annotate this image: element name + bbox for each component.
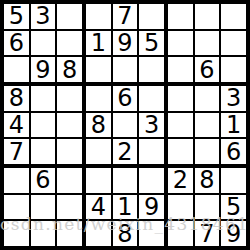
sudoku-puzzle: 537619598686348317266284195879 csdn.net/… xyxy=(0,0,250,250)
cell-r2c9[interactable] xyxy=(221,31,246,56)
cell-r6c3[interactable] xyxy=(57,139,82,164)
cell-r9c7[interactable] xyxy=(168,221,193,246)
cell-r4c8[interactable] xyxy=(195,86,220,111)
cell-r9c4[interactable] xyxy=(86,221,111,246)
cell-r6c1[interactable]: 7 xyxy=(4,139,29,164)
cell-r6c8[interactable] xyxy=(195,139,220,164)
cell-r9c1[interactable] xyxy=(4,221,29,246)
cell-r2c8[interactable] xyxy=(195,31,220,56)
cell-r4c5[interactable]: 6 xyxy=(113,86,138,111)
cell-r1c9[interactable] xyxy=(221,4,246,29)
cell-r1c6[interactable] xyxy=(139,4,164,29)
cell-r9c5[interactable]: 8 xyxy=(113,221,138,246)
cell-r2c4[interactable]: 1 xyxy=(86,31,111,56)
cell-r1c8[interactable] xyxy=(195,4,220,29)
cell-r1c2[interactable]: 3 xyxy=(31,4,56,29)
cell-r7c4[interactable] xyxy=(86,168,111,193)
cell-r9c3[interactable] xyxy=(57,221,82,246)
cell-r2c1[interactable]: 6 xyxy=(4,31,29,56)
cell-r4c9[interactable]: 3 xyxy=(221,86,246,111)
cell-r2c3[interactable] xyxy=(57,31,82,56)
cell-r4c3[interactable] xyxy=(57,86,82,111)
cell-r7c1[interactable] xyxy=(4,168,29,193)
cell-r5c5[interactable] xyxy=(113,113,138,138)
cell-r3c1[interactable] xyxy=(4,57,29,82)
cell-r3c9[interactable] xyxy=(221,57,246,82)
cell-r2c7[interactable] xyxy=(168,31,193,56)
cell-r5c4[interactable]: 8 xyxy=(86,113,111,138)
cell-r3c6[interactable] xyxy=(139,57,164,82)
cell-r1c4[interactable] xyxy=(86,4,111,29)
cell-r4c1[interactable]: 8 xyxy=(4,86,29,111)
cell-r7c7[interactable]: 2 xyxy=(168,168,193,193)
cell-r8c8[interactable] xyxy=(195,195,220,220)
cell-r6c2[interactable] xyxy=(31,139,56,164)
cell-r7c9[interactable] xyxy=(221,168,246,193)
cell-r6c6[interactable] xyxy=(139,139,164,164)
cell-r4c7[interactable] xyxy=(168,86,193,111)
cell-r5c8[interactable] xyxy=(195,113,220,138)
cell-r3c7[interactable] xyxy=(168,57,193,82)
cell-r7c5[interactable] xyxy=(113,168,138,193)
cell-r1c3[interactable] xyxy=(57,4,82,29)
cell-r1c5[interactable]: 7 xyxy=(113,4,138,29)
cell-r1c7[interactable] xyxy=(168,4,193,29)
cell-r9c9[interactable]: 9 xyxy=(221,221,246,246)
cell-r6c7[interactable] xyxy=(168,139,193,164)
cell-r4c4[interactable] xyxy=(86,86,111,111)
cell-r8c2[interactable] xyxy=(31,195,56,220)
cell-r5c2[interactable] xyxy=(31,113,56,138)
cell-r9c6[interactable] xyxy=(139,221,164,246)
cell-r3c4[interactable] xyxy=(86,57,111,82)
cell-r7c8[interactable]: 8 xyxy=(195,168,220,193)
cell-r9c8[interactable]: 7 xyxy=(195,221,220,246)
cell-r7c2[interactable]: 6 xyxy=(31,168,56,193)
cell-r4c2[interactable] xyxy=(31,86,56,111)
cell-r4c6[interactable] xyxy=(139,86,164,111)
cell-r8c3[interactable] xyxy=(57,195,82,220)
cell-r5c7[interactable] xyxy=(168,113,193,138)
cell-r1c1[interactable]: 5 xyxy=(4,4,29,29)
cell-r6c9[interactable]: 6 xyxy=(221,139,246,164)
cell-r5c9[interactable]: 1 xyxy=(221,113,246,138)
cell-r8c6[interactable]: 9 xyxy=(139,195,164,220)
sudoku-grid: 537619598686348317266284195879 xyxy=(0,0,250,250)
cell-r8c7[interactable] xyxy=(168,195,193,220)
cell-r5c3[interactable] xyxy=(57,113,82,138)
cell-r6c4[interactable] xyxy=(86,139,111,164)
cell-r8c5[interactable]: 1 xyxy=(113,195,138,220)
cell-r3c3[interactable]: 8 xyxy=(57,57,82,82)
cell-r2c2[interactable] xyxy=(31,31,56,56)
cell-r9c2[interactable] xyxy=(31,221,56,246)
cell-r3c8[interactable]: 6 xyxy=(195,57,220,82)
cell-r8c9[interactable]: 5 xyxy=(221,195,246,220)
cell-r8c4[interactable]: 4 xyxy=(86,195,111,220)
cell-r7c3[interactable] xyxy=(57,168,82,193)
cell-r2c5[interactable]: 9 xyxy=(113,31,138,56)
cell-r8c1[interactable] xyxy=(4,195,29,220)
cell-r5c1[interactable]: 4 xyxy=(4,113,29,138)
cell-r2c6[interactable]: 5 xyxy=(139,31,164,56)
cell-r7c6[interactable] xyxy=(139,168,164,193)
cell-r3c2[interactable]: 9 xyxy=(31,57,56,82)
cell-r5c6[interactable]: 3 xyxy=(139,113,164,138)
cell-r6c5[interactable]: 2 xyxy=(113,139,138,164)
cell-r3c5[interactable] xyxy=(113,57,138,82)
